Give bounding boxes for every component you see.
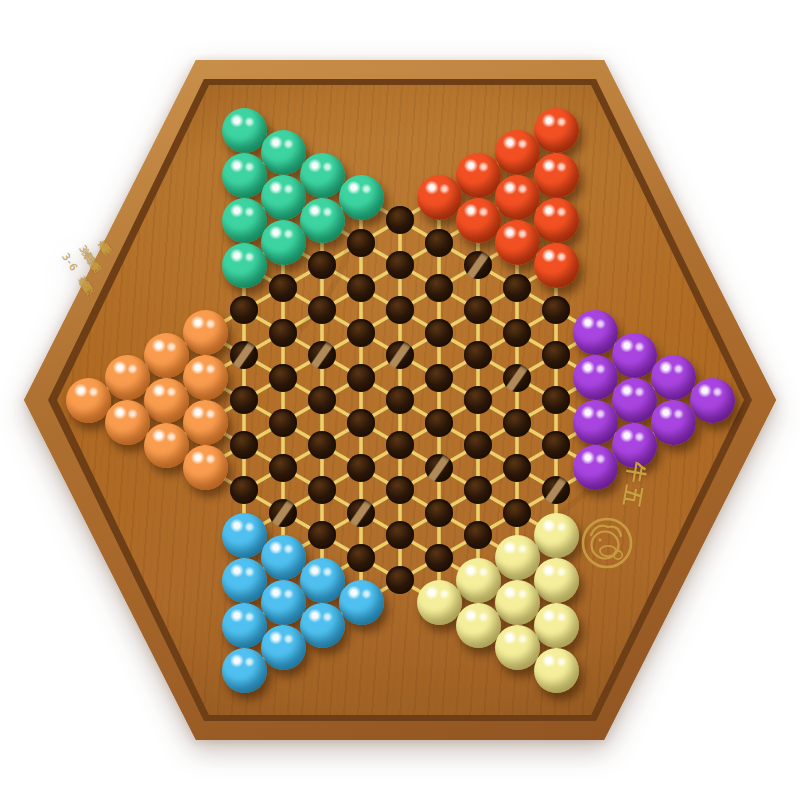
marble-blue[interactable] (222, 603, 267, 648)
hole-c5-r9[interactable] (230, 476, 258, 504)
hole-c8-r5[interactable] (347, 364, 375, 392)
marble-green[interactable] (222, 153, 267, 198)
marble-blue[interactable] (222, 648, 267, 693)
marble-red[interactable] (534, 153, 579, 198)
hole-c6-r4[interactable] (269, 274, 297, 302)
marble-purple[interactable] (573, 445, 618, 490)
marble-orange[interactable] (66, 378, 111, 423)
hole-c7-r7[interactable] (308, 431, 336, 459)
marble-yellow[interactable] (495, 535, 540, 580)
marble-yellow[interactable] (456, 558, 501, 603)
marble-purple[interactable] (573, 400, 618, 445)
marble-red[interactable] (417, 175, 462, 220)
marble-blue[interactable] (261, 625, 306, 670)
hole-c7-r5[interactable] (308, 341, 336, 369)
hole-c10-r7[interactable] (425, 454, 453, 482)
hole-c9-r1[interactable] (386, 206, 414, 234)
hole-c5-r8[interactable] (230, 431, 258, 459)
hole-c9-r4[interactable] (386, 341, 414, 369)
hole-c5-r7[interactable] (230, 386, 258, 414)
hole-c6-r7[interactable] (269, 409, 297, 437)
hole-c13-r9[interactable] (542, 476, 570, 504)
marble-yellow[interactable] (495, 580, 540, 625)
marble-green[interactable] (261, 175, 306, 220)
marble-red[interactable] (456, 153, 501, 198)
hole-c11-r9[interactable] (464, 521, 492, 549)
marble-green[interactable] (222, 198, 267, 243)
hole-c9-r9[interactable] (386, 566, 414, 594)
hole-c8-r9[interactable] (347, 544, 375, 572)
hole-c7-r8[interactable] (308, 476, 336, 504)
marble-orange[interactable] (144, 423, 189, 468)
hole-c11-r3[interactable] (464, 251, 492, 279)
chinese-checkers-board: 本产品内有细小配件 不适合3岁以下儿童使用 3-6岁儿童需要成人陪同方可玩 牛 … (0, 0, 800, 800)
marble-yellow[interactable] (456, 603, 501, 648)
product-photo-scene: 本产品内有细小配件 不适合3岁以下儿童使用 3-6岁儿童需要成人陪同方可玩 牛 … (0, 0, 800, 800)
bull-logo-stamp (578, 514, 636, 572)
marble-yellow[interactable] (417, 580, 462, 625)
marble-yellow[interactable] (534, 603, 579, 648)
marble-yellow[interactable] (534, 648, 579, 693)
hole-c7-r6[interactable] (308, 386, 336, 414)
marble-green[interactable] (300, 198, 345, 243)
hole-c6-r9[interactable] (269, 499, 297, 527)
hole-c12-r5[interactable] (503, 319, 531, 347)
marble-purple[interactable] (651, 400, 696, 445)
marble-purple[interactable] (573, 355, 618, 400)
marble-red[interactable] (534, 243, 579, 288)
marble-purple[interactable] (612, 333, 657, 378)
marble-blue[interactable] (300, 558, 345, 603)
marble-purple[interactable] (612, 378, 657, 423)
hole-c8-r4[interactable] (347, 319, 375, 347)
hole-c10-r3[interactable] (425, 274, 453, 302)
hole-c11-r7[interactable] (464, 431, 492, 459)
marble-green[interactable] (339, 175, 384, 220)
hole-c13-r6[interactable] (542, 341, 570, 369)
hole-c6-r6[interactable] (269, 364, 297, 392)
hole-c6-r5[interactable] (269, 319, 297, 347)
marble-green[interactable] (222, 243, 267, 288)
hole-c7-r4[interactable] (308, 296, 336, 324)
hole-c9-r6[interactable] (386, 431, 414, 459)
hole-c12-r6[interactable] (503, 364, 531, 392)
marble-blue[interactable] (300, 603, 345, 648)
hole-c13-r5[interactable] (542, 296, 570, 324)
hole-c9-r7[interactable] (386, 476, 414, 504)
hole-c5-r6[interactable] (230, 341, 258, 369)
hole-c10-r9[interactable] (425, 544, 453, 572)
hole-c13-r7[interactable] (542, 386, 570, 414)
marble-orange[interactable] (105, 400, 150, 445)
marble-orange[interactable] (183, 400, 228, 445)
hole-c8-r3[interactable] (347, 274, 375, 302)
hole-c12-r4[interactable] (503, 274, 531, 302)
marble-purple[interactable] (690, 378, 735, 423)
hole-c9-r8[interactable] (386, 521, 414, 549)
marble-green[interactable] (261, 220, 306, 265)
marble-red[interactable] (534, 108, 579, 153)
hole-c8-r6[interactable] (347, 409, 375, 437)
marble-yellow[interactable] (534, 513, 579, 558)
marble-green[interactable] (300, 153, 345, 198)
marble-blue[interactable] (222, 558, 267, 603)
marble-red[interactable] (456, 198, 501, 243)
hole-c7-r9[interactable] (308, 521, 336, 549)
hole-c8-r8[interactable] (347, 499, 375, 527)
hole-c10-r4[interactable] (425, 319, 453, 347)
marble-yellow[interactable] (495, 625, 540, 670)
hole-c7-r3[interactable] (308, 251, 336, 279)
hole-c6-r8[interactable] (269, 454, 297, 482)
marble-red[interactable] (495, 220, 540, 265)
hole-c9-r3[interactable] (386, 296, 414, 324)
hole-c12-r8[interactable] (503, 454, 531, 482)
hole-c8-r2[interactable] (347, 229, 375, 257)
star-grid (0, 0, 800, 800)
hole-c11-r8[interactable] (464, 476, 492, 504)
hole-c8-r7[interactable] (347, 454, 375, 482)
hole-c11-r4[interactable] (464, 296, 492, 324)
marble-orange[interactable] (183, 445, 228, 490)
hole-c10-r6[interactable] (425, 409, 453, 437)
marble-green[interactable] (222, 108, 267, 153)
marble-green[interactable] (261, 130, 306, 175)
hole-c11-r6[interactable] (464, 386, 492, 414)
hole-c9-r2[interactable] (386, 251, 414, 279)
hole-c12-r9[interactable] (503, 499, 531, 527)
hole-c5-r5[interactable] (230, 296, 258, 324)
marble-purple[interactable] (573, 310, 618, 355)
marble-yellow[interactable] (534, 558, 579, 603)
marble-blue[interactable] (261, 535, 306, 580)
marble-purple[interactable] (651, 355, 696, 400)
marble-red[interactable] (495, 175, 540, 220)
marble-red[interactable] (495, 130, 540, 175)
marble-orange[interactable] (183, 310, 228, 355)
hole-c10-r8[interactable] (425, 499, 453, 527)
hole-c12-r7[interactable] (503, 409, 531, 437)
brand-char: 五 (620, 484, 648, 512)
hole-c9-r5[interactable] (386, 386, 414, 414)
hole-c10-r5[interactable] (425, 364, 453, 392)
marble-blue[interactable] (339, 580, 384, 625)
marble-red[interactable] (534, 198, 579, 243)
hole-c10-r2[interactable] (425, 229, 453, 257)
marble-blue[interactable] (261, 580, 306, 625)
marble-blue[interactable] (222, 513, 267, 558)
hole-c11-r5[interactable] (464, 341, 492, 369)
hole-c13-r8[interactable] (542, 431, 570, 459)
